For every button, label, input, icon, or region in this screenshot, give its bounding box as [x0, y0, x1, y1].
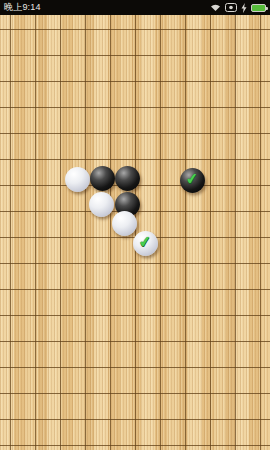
- clock-time: 晚上9:14: [4, 0, 41, 15]
- battery-icon: [251, 4, 266, 12]
- black-stone-last-move[interactable]: ✔: [180, 168, 205, 193]
- white-stone[interactable]: [65, 167, 90, 192]
- gomoku-board[interactable]: ✔✔: [0, 15, 270, 450]
- charging-bolt-icon: [241, 3, 247, 13]
- wifi-icon: [210, 3, 221, 12]
- black-stone[interactable]: [115, 166, 140, 191]
- status-icons: [210, 3, 266, 13]
- status-bar: 晚上9:14: [0, 0, 270, 15]
- black-stone[interactable]: [90, 166, 115, 191]
- white-stone[interactable]: [112, 211, 137, 236]
- camera-icon: [225, 3, 237, 12]
- last-move-check-icon: ✔: [138, 234, 153, 251]
- white-stone[interactable]: [89, 192, 114, 217]
- last-move-check-icon: ✔: [185, 171, 200, 188]
- white-stone-last-move[interactable]: ✔: [133, 231, 158, 256]
